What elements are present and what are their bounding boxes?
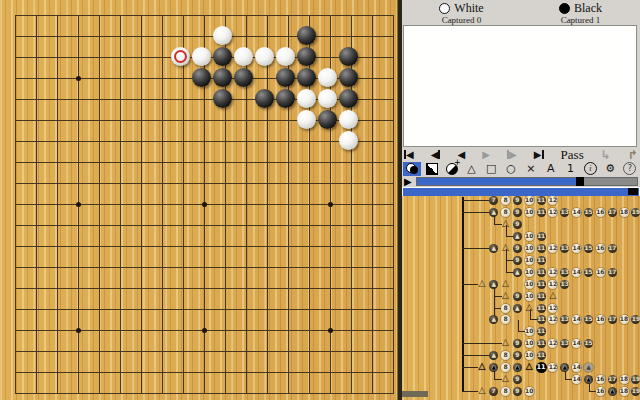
edit-toolbar: △ □ ○ × A 1 i ⚙ ? bbox=[403, 161, 639, 176]
grid-line-vertical bbox=[372, 15, 373, 394]
black-stone bbox=[339, 68, 358, 87]
black-stone bbox=[276, 68, 295, 87]
tree-node-black-move[interactable]: 11 bbox=[537, 208, 546, 217]
black-stone bbox=[213, 68, 232, 87]
grid-line-horizontal bbox=[15, 372, 394, 373]
tree-node-white-move[interactable]: 16 bbox=[596, 387, 605, 396]
tree-connector bbox=[494, 285, 495, 319]
white-stone bbox=[276, 47, 295, 66]
tree-node-white-move[interactable]: 8 bbox=[501, 387, 510, 396]
slider-thumb[interactable] bbox=[576, 177, 584, 186]
help-button[interactable]: ? bbox=[621, 162, 639, 176]
black-captured-label: Captured 1 bbox=[521, 16, 640, 25]
gear-icon: ⚙ bbox=[605, 162, 615, 175]
tree-node-white-move[interactable]: 8 bbox=[501, 208, 510, 217]
tree-node-black-move[interactable]: 11 bbox=[537, 196, 546, 205]
grid-line-vertical bbox=[267, 15, 268, 394]
tree-node-black-move[interactable]: 9 bbox=[513, 196, 522, 205]
tree-node-empty-triangle[interactable]: △ bbox=[477, 279, 487, 289]
pass-button[interactable]: Pass bbox=[561, 149, 584, 161]
white-stone bbox=[297, 89, 316, 108]
forward-multiple-button[interactable]: ▶ bbox=[507, 149, 517, 161]
white-stone bbox=[234, 47, 253, 66]
go-to-start-button[interactable]: ◀ bbox=[404, 149, 414, 161]
tree-node-white-move[interactable]: 12 bbox=[548, 339, 557, 348]
tree-node-white-move[interactable]: 12 bbox=[548, 315, 557, 324]
tree-node-black-move[interactable]: 15 bbox=[584, 268, 593, 277]
tree-node-black-move[interactable]: 11 bbox=[537, 327, 546, 336]
letter-a-icon: A bbox=[547, 162, 555, 175]
black-stone-icon bbox=[559, 3, 570, 14]
tree-node-black-move[interactable]: 9 bbox=[513, 220, 522, 229]
tree-node-white-move[interactable]: 14 bbox=[572, 268, 581, 277]
tree-node-empty-triangle[interactable]: △ bbox=[548, 291, 558, 301]
cross-mark-tool[interactable]: × bbox=[522, 162, 540, 176]
circle-icon: ○ bbox=[506, 162, 516, 175]
tree-connector bbox=[518, 320, 519, 331]
tree-node-empty-triangle[interactable]: △ bbox=[524, 303, 534, 313]
tree-node-white-move[interactable]: 12 bbox=[548, 280, 557, 289]
black-stone bbox=[276, 89, 295, 108]
tree-node-white-move[interactable]: 14 bbox=[572, 244, 581, 253]
tree-node-white-move[interactable]: 8 bbox=[501, 363, 510, 372]
tree-node-white-move[interactable]: 10 bbox=[525, 387, 534, 396]
tree-node-white-move[interactable]: 8 bbox=[501, 315, 510, 324]
play-icon[interactable]: ▶ bbox=[404, 177, 412, 187]
tree-node-white-move[interactable]: 16 bbox=[596, 375, 605, 384]
tree-connector bbox=[462, 343, 502, 344]
tree-node-white-move[interactable]: 10 bbox=[525, 244, 534, 253]
tree-node-white-move[interactable]: 14 bbox=[572, 363, 581, 372]
tree-node-black-marked[interactable]: ▲ bbox=[489, 363, 498, 372]
go-to-end-button[interactable]: ▶ bbox=[534, 149, 544, 161]
add-stone-tool[interactable] bbox=[443, 162, 461, 176]
forward-button[interactable]: ▶ bbox=[482, 149, 490, 161]
tree-node-black-move[interactable]: 11 bbox=[537, 315, 546, 324]
tree-node-white-move[interactable]: 10 bbox=[525, 256, 534, 265]
tree-node-black-move[interactable]: 7 bbox=[489, 387, 498, 396]
tree-node-black-move[interactable]: 13 bbox=[560, 244, 569, 253]
tree-node-white-move[interactable]: 10 bbox=[525, 280, 534, 289]
tree-node-black-move[interactable]: 11 bbox=[537, 244, 546, 253]
tree-node-black-marked[interactable]: ▲ bbox=[608, 387, 617, 396]
tree-node-black-move[interactable]: 9 bbox=[513, 256, 522, 265]
black-stone bbox=[192, 68, 211, 87]
white-stone bbox=[339, 110, 358, 129]
tree-node-empty-triangle[interactable]: △ bbox=[501, 291, 511, 301]
slider-fill bbox=[417, 178, 580, 185]
tree-node-white-move[interactable]: 14 bbox=[572, 339, 581, 348]
triangle-icon: △ bbox=[467, 162, 475, 175]
grid-line-horizontal bbox=[15, 267, 394, 268]
white-stone bbox=[192, 47, 211, 66]
tree-node-white-move[interactable]: 14 bbox=[572, 315, 581, 324]
tree-node-empty-triangle[interactable]: △ bbox=[501, 374, 511, 384]
tree-node-white-move[interactable]: 14 bbox=[572, 375, 581, 384]
play-move-tool-selected[interactable] bbox=[403, 162, 421, 176]
black-stone bbox=[318, 110, 337, 129]
tree-node-black-marked[interactable]: ▲ bbox=[513, 268, 522, 277]
tree-connector bbox=[462, 212, 490, 213]
black-stone bbox=[255, 89, 274, 108]
tree-node-white-move[interactable]: 14 bbox=[572, 208, 581, 217]
tree-node-white-move[interactable]: 8 bbox=[501, 304, 510, 313]
tree-node-white-move[interactable]: 12 bbox=[548, 363, 557, 372]
tree-node-black-move[interactable]: 11 bbox=[537, 339, 546, 348]
last-move-marker bbox=[174, 50, 187, 63]
white-stone bbox=[213, 26, 232, 45]
black-stone bbox=[297, 68, 316, 87]
tree-node-black-move[interactable]: 13 bbox=[560, 268, 569, 277]
tree-node-black-move[interactable]: 9 bbox=[513, 292, 522, 301]
tree-node-black-marked[interactable]: ▲ bbox=[489, 280, 498, 289]
tree-node-black-move[interactable]: 19 bbox=[631, 315, 640, 324]
tree-node-black-marked[interactable]: ▲ bbox=[513, 232, 522, 241]
tree-node-gray-triangle[interactable]: ▲ bbox=[584, 363, 593, 372]
side-panel: White Captured 0 Black Captured 1 ◀ ◀ ◀ … bbox=[402, 0, 640, 400]
tree-node-black-move[interactable]: 13 bbox=[560, 208, 569, 217]
black-stone bbox=[297, 26, 316, 45]
tree-node-white-move[interactable]: 16 bbox=[596, 208, 605, 217]
tree-node-black-move[interactable]: 17 bbox=[608, 208, 617, 217]
white-stone-icon bbox=[439, 3, 450, 14]
black-stone bbox=[234, 68, 253, 87]
tree-node-white-move[interactable]: 10 bbox=[525, 327, 534, 336]
tree-node-black-move[interactable]: 17 bbox=[608, 375, 617, 384]
tree-node-black-marked[interactable]: ▲ bbox=[489, 315, 498, 324]
tree-node-black-marked[interactable]: ▲ bbox=[513, 363, 522, 372]
next-variation-button[interactable]: ↱ bbox=[628, 149, 638, 161]
circle-mark-tool[interactable]: ○ bbox=[502, 162, 520, 176]
tree-connector bbox=[462, 391, 478, 392]
tree-node-white-move[interactable]: 8 bbox=[501, 196, 510, 205]
tree-node-white-move[interactable]: 18 bbox=[620, 208, 629, 217]
tree-node-current-move[interactable]: 11 bbox=[536, 362, 547, 373]
tree-node-black-move[interactable]: 19 bbox=[631, 208, 640, 217]
scrollbar-thumb[interactable] bbox=[628, 188, 638, 195]
tree-node-black-marked[interactable]: ▲ bbox=[489, 244, 498, 253]
black-stone bbox=[213, 47, 232, 66]
go-board[interactable] bbox=[0, 0, 397, 400]
tree-node-empty-triangle[interactable]: △ bbox=[477, 386, 487, 396]
tree-node-white-move[interactable]: 12 bbox=[548, 268, 557, 277]
tree-connector bbox=[462, 200, 490, 201]
tree-node-white-move[interactable]: 10 bbox=[525, 351, 534, 360]
prev-variation-button[interactable]: ↳ bbox=[601, 149, 611, 161]
black-player-label: Black bbox=[574, 2, 602, 14]
tree-node-white-move[interactable]: 10 bbox=[525, 208, 534, 217]
tree-node-black-move[interactable]: 15 bbox=[584, 208, 593, 217]
hoshi-point bbox=[202, 202, 207, 207]
navigation-bar: ◀ ◀ ◀ ▶ ▶ ▶ Pass ↳ ↱ bbox=[404, 148, 638, 161]
grid-line-vertical bbox=[393, 15, 394, 394]
number-label-tool[interactable]: 1 bbox=[562, 162, 580, 176]
tree-node-white-move[interactable]: 12 bbox=[548, 196, 557, 205]
tree-node-black-move[interactable]: 17 bbox=[608, 268, 617, 277]
tree-node-black-move[interactable]: 11 bbox=[537, 268, 546, 277]
info-button[interactable]: i bbox=[581, 162, 599, 176]
tree-node-black-move[interactable]: 11 bbox=[537, 351, 546, 360]
tree-node-white-move[interactable]: 10 bbox=[525, 196, 534, 205]
white-stone bbox=[339, 131, 358, 150]
two-stones-icon bbox=[406, 163, 418, 174]
grid-line-horizontal bbox=[15, 246, 394, 247]
tree-node-black-move[interactable]: 9 bbox=[513, 244, 522, 253]
tree-node-white-move[interactable]: 10 bbox=[525, 339, 534, 348]
tree-node-black-move[interactable]: 11 bbox=[537, 304, 546, 313]
tree-node-white-move[interactable]: 16 bbox=[596, 315, 605, 324]
settings-button[interactable]: ⚙ bbox=[601, 162, 619, 176]
go-client-window: White Captured 0 Black Captured 1 ◀ ◀ ◀ … bbox=[0, 0, 640, 400]
tree-node-black-move[interactable]: 15 bbox=[584, 339, 593, 348]
territory-tool[interactable] bbox=[423, 162, 441, 176]
tree-node-black-move[interactable]: 19 bbox=[631, 387, 640, 396]
stone-plus-icon bbox=[446, 163, 458, 175]
tree-node-white-move[interactable]: 12 bbox=[548, 208, 557, 217]
tree-node-black-move[interactable]: 7 bbox=[489, 196, 498, 205]
white-captured-label: Captured 0 bbox=[402, 16, 521, 25]
white-stone bbox=[297, 110, 316, 129]
tree-connector bbox=[462, 284, 478, 285]
tree-connector bbox=[462, 248, 490, 249]
question-icon: ? bbox=[623, 162, 636, 175]
hoshi-point bbox=[202, 328, 207, 333]
tree-connector bbox=[462, 367, 478, 368]
hoshi-point bbox=[76, 76, 81, 81]
black-stone bbox=[297, 47, 316, 66]
diagonal-square-icon bbox=[426, 163, 438, 175]
grid-line-horizontal bbox=[15, 225, 394, 226]
number-1-icon: 1 bbox=[567, 162, 574, 175]
tree-node-black-marked[interactable]: ▲ bbox=[584, 375, 593, 384]
grid-line-horizontal bbox=[15, 288, 394, 289]
tree-node-black-marked[interactable]: ▲ bbox=[489, 208, 498, 217]
tree-node-white-move[interactable]: 10 bbox=[525, 232, 534, 241]
white-stone bbox=[318, 68, 337, 87]
triangle-mark-tool[interactable]: △ bbox=[462, 162, 480, 176]
tree-node-black-move[interactable]: 19 bbox=[631, 375, 640, 384]
tree-node-white-move[interactable]: 10 bbox=[525, 268, 534, 277]
hoshi-point bbox=[76, 202, 81, 207]
tree-node-white-move[interactable]: 12 bbox=[548, 304, 557, 313]
tree-node-empty-triangle[interactable]: △ bbox=[501, 279, 511, 289]
game-tree-pane[interactable]: 789101112▲8910111213141516171819△9▲1011▲… bbox=[402, 196, 640, 400]
tree-node-white-move[interactable]: 12 bbox=[548, 244, 557, 253]
move-slider[interactable] bbox=[416, 177, 638, 186]
tree-node-black-move[interactable]: 9 bbox=[513, 351, 522, 360]
tree-node-white-move[interactable]: 16 bbox=[596, 268, 605, 277]
tree-node-black-move[interactable]: 11 bbox=[537, 256, 546, 265]
tree-node-white-move[interactable]: 18 bbox=[620, 375, 629, 384]
tree-node-black-move[interactable]: 13 bbox=[560, 339, 569, 348]
tree-node-white-move[interactable]: 10 bbox=[525, 292, 534, 301]
tree-node-black-move[interactable]: 9 bbox=[513, 208, 522, 217]
player-info-bar: White Captured 0 Black Captured 1 bbox=[402, 0, 640, 25]
black-stone bbox=[339, 89, 358, 108]
info-icon: i bbox=[584, 162, 597, 175]
tree-node-black-move[interactable]: 9 bbox=[513, 387, 522, 396]
tree-node-black-move[interactable]: 9 bbox=[513, 375, 522, 384]
tree-scrollbar-corner bbox=[402, 391, 428, 397]
hoshi-point bbox=[328, 328, 333, 333]
tree-node-empty-triangle[interactable]: △ bbox=[524, 362, 534, 372]
tree-node-empty-triangle[interactable]: △ bbox=[501, 219, 511, 229]
tree-node-black-move[interactable]: 13 bbox=[560, 315, 569, 324]
tree-connector bbox=[462, 355, 490, 356]
square-mark-tool[interactable]: □ bbox=[482, 162, 500, 176]
tree-node-black-move[interactable]: 11 bbox=[537, 280, 546, 289]
tree-node-black-move[interactable]: 17 bbox=[608, 244, 617, 253]
tree-node-black-move[interactable]: 9 bbox=[513, 339, 522, 348]
tree-node-empty-triangle[interactable]: △ bbox=[477, 362, 487, 372]
black-player-group: Black Captured 1 bbox=[521, 0, 640, 25]
back-multiple-button[interactable]: ◀ bbox=[431, 149, 441, 161]
white-player-label: White bbox=[454, 2, 483, 14]
grid-line-horizontal bbox=[15, 309, 394, 310]
tree-node-black-marked[interactable]: ▲ bbox=[489, 351, 498, 360]
black-stone bbox=[213, 89, 232, 108]
tree-node-black-marked[interactable]: ▲ bbox=[513, 304, 522, 313]
black-stone bbox=[339, 47, 358, 66]
tree-node-black-move[interactable]: 15 bbox=[584, 315, 593, 324]
tree-node-black-move[interactable]: 17 bbox=[608, 315, 617, 324]
cross-icon: × bbox=[526, 162, 535, 175]
tree-node-empty-triangle[interactable]: △ bbox=[501, 243, 511, 253]
white-stone bbox=[318, 89, 337, 108]
white-player-group: White Captured 0 bbox=[402, 0, 521, 25]
tree-node-white-move[interactable]: 18 bbox=[620, 387, 629, 396]
tree-node-black-move[interactable]: 13 bbox=[560, 280, 569, 289]
white-stone bbox=[255, 47, 274, 66]
comment-box[interactable] bbox=[403, 25, 637, 147]
tree-node-black-move[interactable]: 11 bbox=[537, 292, 546, 301]
grid-line-horizontal bbox=[15, 351, 394, 352]
tree-node-white-move[interactable]: 18 bbox=[620, 315, 629, 324]
tree-node-black-move[interactable]: 11 bbox=[537, 232, 546, 241]
hoshi-point bbox=[76, 328, 81, 333]
grid-line-horizontal bbox=[15, 393, 394, 394]
square-icon: □ bbox=[486, 162, 496, 175]
tree-connector bbox=[462, 197, 464, 391]
move-slider-row: ▶ bbox=[404, 177, 638, 186]
hoshi-point bbox=[328, 202, 333, 207]
tree-node-empty-triangle[interactable]: △ bbox=[501, 338, 511, 348]
tree-node-black-marked[interactable]: ▲ bbox=[560, 363, 569, 372]
letter-label-tool[interactable]: A bbox=[542, 162, 560, 176]
tree-node-white-move[interactable]: 16 bbox=[596, 244, 605, 253]
tree-node-black-move[interactable]: 15 bbox=[584, 244, 593, 253]
tree-node-white-move[interactable]: 8 bbox=[501, 351, 510, 360]
